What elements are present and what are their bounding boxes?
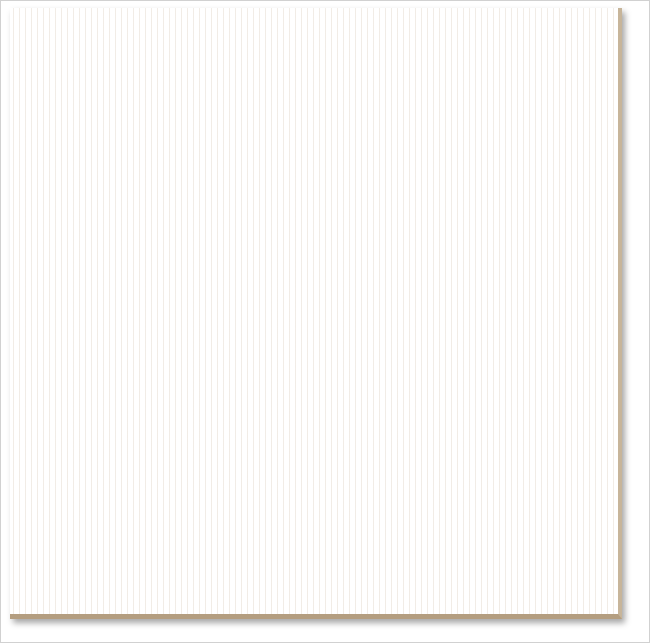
go-game-window — [0, 0, 650, 643]
board-grid — [10, 8, 618, 614]
goban[interactable] — [10, 8, 622, 619]
